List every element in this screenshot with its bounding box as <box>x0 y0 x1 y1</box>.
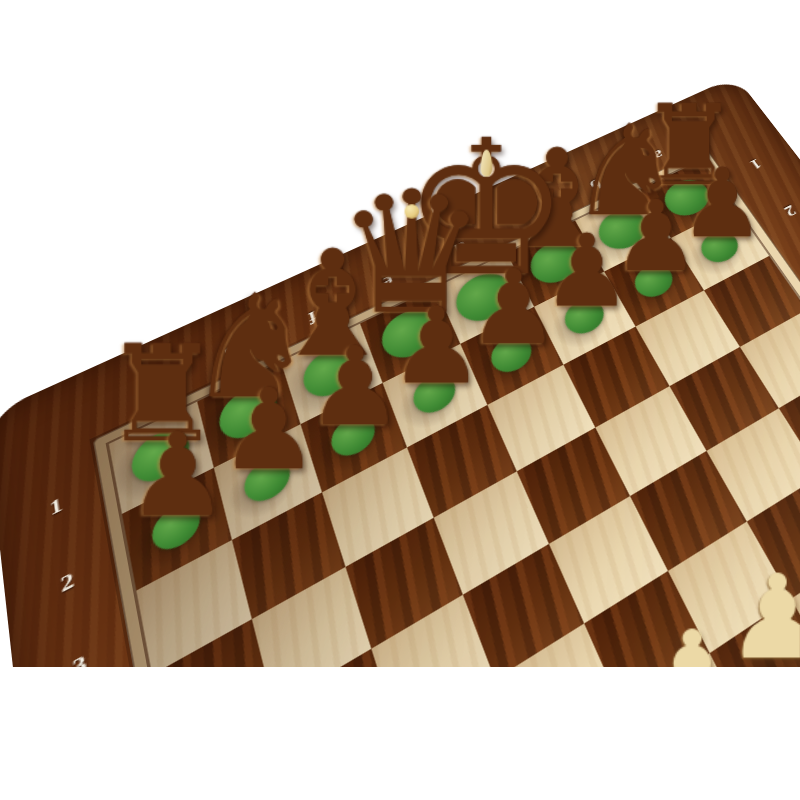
rank-label-left-2: 2 <box>59 567 76 599</box>
queen-finial-ball <box>405 204 419 218</box>
black-p-glyph: ♟ <box>126 418 229 533</box>
photo-crop-mask <box>0 667 800 800</box>
chess-product-photo: hgfedcba1234567812345678 ♜♞♝♛♚♝♞♜♟♟♟♟♟♟♟… <box>0 0 800 800</box>
